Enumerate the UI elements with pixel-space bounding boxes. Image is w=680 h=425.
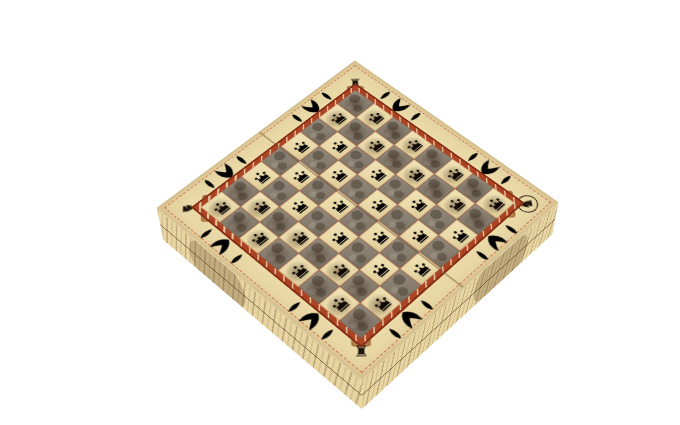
square-c5 xyxy=(378,204,418,235)
chess-board-box: ♜♞♜♞ ♜♞♝♚♛♝♞♜♟♟♟♟♟♟♟♟♟♟♟♟♟♟♟♟♜♞♝♚♛♝♞♜ xyxy=(157,61,559,380)
finial-ball xyxy=(429,94,439,104)
crown-ornament xyxy=(444,224,473,247)
square-a5 xyxy=(420,235,460,268)
leaf-accent xyxy=(285,299,304,315)
crown-ornament xyxy=(404,224,433,247)
finial-ball xyxy=(292,202,302,212)
leaf-accent xyxy=(385,325,404,341)
piece-glyph: ♜ xyxy=(326,268,394,322)
leaf-accent xyxy=(318,326,337,342)
leaf-accent xyxy=(417,297,436,313)
leaf-accent xyxy=(501,222,519,236)
product-photo-scene: ♜♞♜♞ ♜♞♝♚♛♝♞♜♟♟♟♟♟♟♟♟♟♟♟♟♟♟♟♟♜♞♝♚♛♝♞♜ xyxy=(0,0,680,425)
leaf-accent xyxy=(472,248,491,263)
leaf-accent xyxy=(197,226,215,240)
corner-emblem-bottom-rook: ♜ xyxy=(353,344,369,359)
piece-glyph: ♟ xyxy=(446,175,511,219)
crown-ornament xyxy=(363,194,391,216)
square-b5 xyxy=(399,220,439,252)
leaf-accent xyxy=(227,251,245,266)
square-a6 xyxy=(439,219,479,251)
crown-ornament xyxy=(403,193,431,215)
